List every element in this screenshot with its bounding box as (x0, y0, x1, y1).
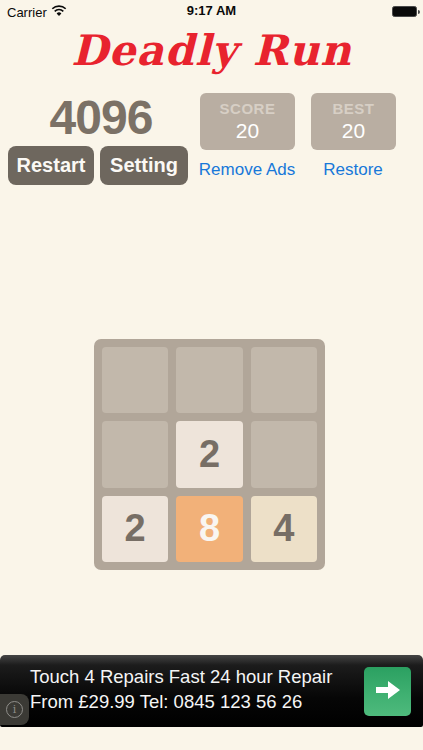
setting-button[interactable]: Setting (100, 146, 188, 185)
game-board[interactable]: 2284 (94, 339, 325, 570)
status-bar: Carrier 9:17 AM (0, 0, 423, 22)
ad-banner[interactable]: Touch 4 Repairs Fast 24 hour Repair From… (0, 655, 423, 727)
app-title: Deadly Run (0, 26, 423, 75)
tile-2: 2 (102, 496, 168, 562)
best-label: BEST (311, 100, 396, 117)
tile-4: 4 (251, 496, 317, 562)
score-value: 20 (200, 119, 295, 143)
empty-cell (102, 421, 168, 487)
tile-8: 8 (176, 496, 242, 562)
ad-open-button[interactable] (364, 667, 411, 716)
best-value: 20 (311, 119, 396, 143)
empty-cell (251, 347, 317, 413)
score-box: SCORE 20 (200, 93, 295, 150)
info-icon: i (6, 701, 23, 718)
right-arrow-icon (374, 679, 402, 704)
tile-2: 2 (176, 421, 242, 487)
ad-line2: From £29.99 Tel: 0845 123 56 26 (30, 689, 332, 714)
ad-line1: Touch 4 Repairs Fast 24 hour Repair (30, 664, 332, 689)
ad-info-button[interactable]: i (0, 694, 29, 725)
restart-button[interactable]: Restart (8, 146, 94, 185)
app-screen: Carrier 9:17 AM Deadly Run 4096 SCORE 20… (0, 0, 423, 750)
restore-link[interactable]: Restore (323, 160, 383, 180)
empty-cell (176, 347, 242, 413)
highest-tile-value: 4096 (26, 90, 176, 145)
clock: 9:17 AM (0, 3, 423, 18)
remove-ads-link[interactable]: Remove Ads (199, 160, 295, 180)
empty-cell (102, 347, 168, 413)
empty-cell (251, 421, 317, 487)
score-label: SCORE (200, 100, 295, 117)
ad-text: Touch 4 Repairs Fast 24 hour Repair From… (30, 664, 332, 714)
battery-icon (392, 6, 417, 17)
best-box: BEST 20 (311, 93, 396, 150)
